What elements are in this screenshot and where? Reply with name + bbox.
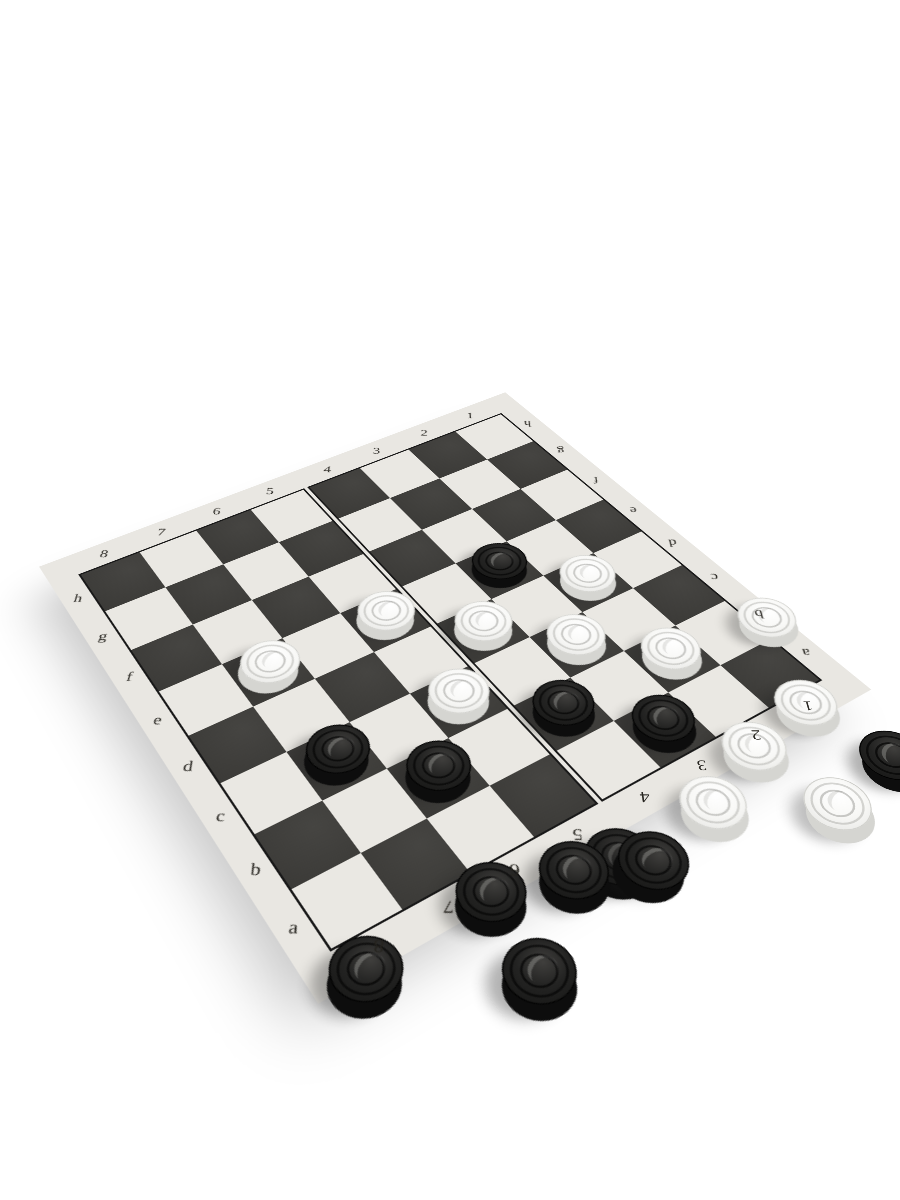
rank-label-right-4: 4 [630, 786, 661, 808]
rank-label-right-8: 8 [363, 932, 394, 959]
rank-label-left-5: 5 [258, 485, 281, 498]
file-label-bottom-a: a [277, 915, 309, 941]
file-label-top-e: e [621, 504, 645, 518]
file-label-bottom-e: e [143, 711, 173, 730]
rank-label-right-7: 7 [434, 894, 464, 919]
rank-label-left-7: 7 [148, 525, 174, 539]
file-label-top-d: d [660, 536, 685, 550]
file-label-bottom-f: f [115, 668, 144, 686]
photo-stage: 1122334455667788hhggffeeddccbbaa [0, 0, 900, 1200]
checker-face [487, 926, 592, 1018]
file-label-top-f: f [585, 473, 608, 486]
file-label-bottom-b: b [240, 858, 272, 882]
paper-board: 1122334455667788hhggffeeddccbbaa [39, 392, 871, 1003]
rank-label-left-8: 8 [90, 547, 117, 562]
rank-label-right-6: 6 [500, 857, 530, 881]
loose-checker-black[interactable] [487, 941, 593, 1035]
rank-label-right-1: 1 [793, 696, 824, 715]
loose-checker-white[interactable] [667, 778, 763, 853]
file-label-top-c: c [701, 570, 728, 585]
file-label-top-b: b [745, 606, 773, 622]
file-label-bottom-h: h [64, 591, 92, 607]
file-label-top-a: a [792, 644, 822, 661]
file-label-top-g: g [550, 445, 572, 457]
rank-label-right-3: 3 [686, 755, 717, 776]
rank-label-left-1: 1 [460, 410, 480, 421]
file-label-bottom-g: g [88, 628, 117, 645]
rank-label-right-5: 5 [563, 823, 593, 846]
rank-label-right-2: 2 [741, 725, 772, 745]
rank-label-left-3: 3 [366, 445, 387, 457]
rank-label-left-2: 2 [414, 427, 434, 439]
file-label-bottom-c: c [205, 805, 236, 827]
rank-label-left-6: 6 [204, 505, 228, 519]
rank-label-left-4: 4 [316, 463, 338, 476]
file-label-top-h: h [517, 418, 538, 430]
loose-checker-white[interactable] [792, 779, 890, 854]
file-label-bottom-d: d [173, 756, 204, 777]
